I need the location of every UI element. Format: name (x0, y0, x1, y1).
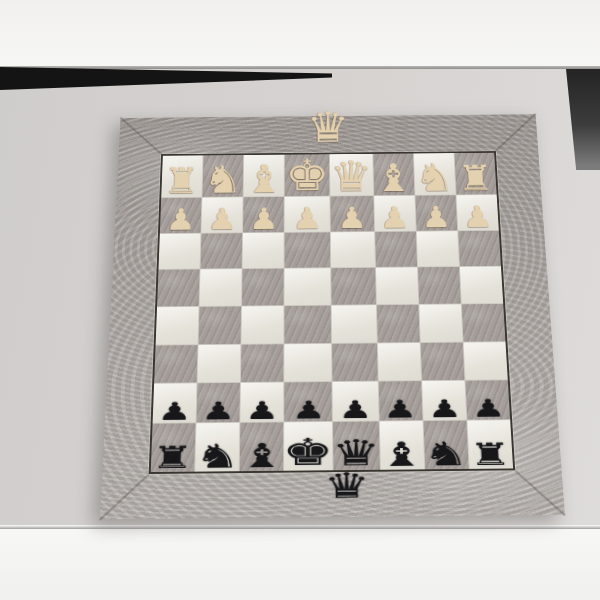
square-c4[interactable] (376, 268, 418, 305)
photo-scene: ♜♞♝♚♛♝♞♜♟♟♟♟♟♟♟♟♟♟♟♟♟♟♟♟♜♞♝♚♛♝♞♜ ♛ ♛ (0, 0, 600, 600)
square-b3[interactable] (416, 231, 458, 267)
square-f6[interactable] (241, 344, 284, 382)
square-g3[interactable] (201, 233, 243, 269)
piece-wR[interactable]: ♜ (457, 161, 495, 196)
square-f5[interactable] (242, 306, 284, 343)
square-b8[interactable]: ♞ (423, 421, 468, 470)
board-grid: ♜♞♝♚♛♝♞♜♟♟♟♟♟♟♟♟♟♟♟♟♟♟♟♟♜♞♝♚♛♝♞♜ (149, 151, 516, 474)
square-b6[interactable] (420, 342, 464, 380)
piece-wN[interactable]: ♞ (414, 158, 455, 197)
square-a4[interactable] (460, 267, 503, 304)
square-e7[interactable]: ♟ (285, 382, 332, 421)
square-h2[interactable]: ♟ (160, 198, 202, 233)
piece-wN[interactable]: ♞ (203, 160, 243, 199)
piece-wP[interactable]: ♟ (462, 202, 493, 232)
square-e8[interactable]: ♚ (285, 422, 333, 471)
frame-miter-top-right (495, 113, 536, 151)
piece-bP[interactable]: ♟ (201, 399, 235, 424)
piece-wP[interactable]: ♟ (292, 204, 322, 234)
table-front (0, 529, 600, 600)
square-f1[interactable]: ♝ (244, 155, 284, 197)
square-e2[interactable]: ♟ (285, 196, 330, 231)
square-a1[interactable]: ♜ (454, 153, 496, 195)
square-f7[interactable]: ♟ (241, 383, 284, 422)
piece-bP[interactable]: ♟ (245, 398, 279, 423)
piece-bP[interactable]: ♟ (383, 397, 418, 422)
square-d7[interactable]: ♟ (332, 382, 378, 421)
square-c8[interactable]: ♝ (379, 421, 424, 470)
square-g1[interactable]: ♞ (203, 155, 244, 197)
piece-wP[interactable]: ♟ (379, 203, 410, 233)
board-frame: ♜♞♝♚♛♝♞♜♟♟♟♟♟♟♟♟♟♟♟♟♟♟♟♟♜♞♝♚♛♝♞♜ ♛ ♛ (100, 114, 565, 519)
piece-wP[interactable]: ♟ (165, 205, 196, 235)
frame-miter-bottom-left (99, 474, 150, 521)
piece-bP[interactable]: ♟ (291, 398, 325, 423)
piece-wP[interactable]: ♟ (207, 204, 237, 234)
piece-bB[interactable]: ♝ (378, 437, 425, 471)
piece-wR[interactable]: ♜ (163, 163, 200, 199)
piece-bP[interactable]: ♟ (157, 399, 192, 424)
square-c2[interactable]: ♟ (374, 196, 416, 231)
square-g7[interactable]: ♟ (197, 383, 241, 422)
square-b4[interactable] (418, 267, 461, 304)
square-c7[interactable]: ♟ (378, 381, 422, 420)
square-b5[interactable] (419, 304, 462, 341)
piece-wP[interactable]: ♟ (421, 202, 452, 232)
piece-bN[interactable]: ♞ (194, 439, 240, 473)
frame-miter-top-left (120, 117, 162, 155)
square-e6[interactable] (285, 344, 332, 382)
square-g8[interactable]: ♞ (195, 423, 239, 472)
piece-bR[interactable]: ♜ (151, 442, 194, 473)
square-c3[interactable] (375, 231, 417, 267)
spare-white-queen[interactable]: ♛ (306, 107, 350, 149)
square-a6[interactable] (463, 342, 507, 380)
square-d6[interactable] (332, 343, 377, 381)
square-b7[interactable]: ♟ (422, 381, 466, 420)
square-h3[interactable] (158, 233, 200, 269)
square-f4[interactable] (242, 269, 284, 306)
square-f3[interactable] (243, 233, 284, 269)
piece-bP[interactable]: ♟ (427, 397, 462, 422)
piece-wB[interactable]: ♝ (244, 159, 283, 198)
square-h4[interactable] (157, 270, 200, 307)
square-g2[interactable]: ♟ (202, 197, 243, 232)
square-f2[interactable]: ♟ (243, 197, 284, 232)
square-h7[interactable]: ♟ (153, 384, 197, 423)
square-g6[interactable] (198, 344, 241, 382)
square-a5[interactable] (462, 304, 506, 341)
square-e1[interactable]: ♚ (285, 154, 329, 196)
square-a3[interactable] (458, 231, 501, 267)
piece-bN[interactable]: ♞ (423, 437, 470, 471)
piece-bR[interactable]: ♜ (469, 439, 513, 470)
square-e5[interactable] (285, 306, 331, 343)
square-c6[interactable] (377, 343, 420, 381)
square-f8[interactable]: ♝ (240, 422, 284, 471)
square-a2[interactable]: ♟ (456, 195, 498, 230)
piece-wP[interactable]: ♟ (337, 203, 367, 233)
square-d3[interactable] (331, 232, 375, 268)
square-a7[interactable]: ♟ (465, 381, 510, 420)
square-d8[interactable]: ♛ (333, 421, 380, 470)
square-b1[interactable]: ♞ (414, 153, 456, 195)
square-e3[interactable] (285, 232, 330, 268)
square-c1[interactable]: ♝ (373, 153, 414, 195)
square-g5[interactable] (199, 306, 242, 343)
square-b2[interactable]: ♟ (415, 195, 457, 230)
board-3d: ♜♞♝♚♛♝♞♜♟♟♟♟♟♟♟♟♟♟♟♟♟♟♟♟♜♞♝♚♛♝♞♜ ♛ ♛ (100, 114, 565, 519)
piece-bP[interactable]: ♟ (338, 397, 372, 422)
piece-wP[interactable]: ♟ (249, 204, 279, 234)
square-d4[interactable] (331, 268, 375, 305)
square-d5[interactable] (332, 305, 377, 342)
square-h6[interactable] (154, 345, 198, 383)
square-a8[interactable]: ♜ (467, 420, 513, 469)
piece-wK[interactable]: ♚ (285, 154, 329, 197)
spare-black-queen[interactable]: ♛ (323, 468, 370, 503)
chess-board: ♜♞♝♚♛♝♞♜♟♟♟♟♟♟♟♟♟♟♟♟♟♟♟♟♜♞♝♚♛♝♞♜ ♛ ♛ (100, 52, 565, 517)
square-c5[interactable] (376, 305, 419, 342)
frame-miter-bottom-right (514, 470, 565, 516)
square-h5[interactable] (156, 307, 199, 344)
square-d1[interactable]: ♛ (330, 154, 373, 196)
dark-object-top-right (566, 69, 600, 170)
piece-bB[interactable]: ♝ (239, 439, 285, 473)
square-h8[interactable]: ♜ (151, 423, 196, 472)
piece-bP[interactable]: ♟ (471, 396, 506, 421)
square-g4[interactable] (200, 269, 242, 306)
square-d2[interactable]: ♟ (330, 196, 373, 231)
square-e4[interactable] (285, 268, 331, 305)
piece-wQ[interactable]: ♛ (330, 155, 373, 197)
piece-wB[interactable]: ♝ (373, 158, 413, 197)
square-h1[interactable]: ♜ (161, 155, 202, 197)
